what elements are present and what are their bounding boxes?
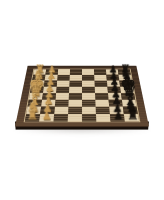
square <box>57 81 70 87</box>
square <box>96 114 111 122</box>
square <box>55 93 69 100</box>
square: ♝ <box>28 100 43 107</box>
square <box>68 107 82 114</box>
square <box>68 100 82 107</box>
square <box>69 81 82 87</box>
square <box>55 100 69 107</box>
square: ♝ <box>122 100 137 107</box>
square <box>56 87 69 93</box>
square <box>95 100 109 107</box>
square: ♝ <box>119 81 133 87</box>
square: ♜ <box>124 114 139 122</box>
square: ♟ <box>40 107 55 114</box>
chess-board: ♜♟♟♜♞♟♟♞♝♟♟♝♚♟♟♚♛♟♟♛♝♟♟♝♞♟♟♞♜♟♟♜ <box>15 66 149 127</box>
square <box>69 93 82 100</box>
square <box>96 107 110 114</box>
square: ♚ <box>120 87 134 93</box>
square <box>68 114 82 122</box>
square <box>53 114 68 122</box>
square: ♟ <box>107 87 121 93</box>
square <box>82 81 95 87</box>
square: ♟ <box>107 81 120 87</box>
square: ♚ <box>30 87 44 93</box>
black-pawn: ♟ <box>108 65 116 74</box>
square <box>82 114 96 122</box>
square: ♟ <box>110 114 125 122</box>
square <box>82 100 96 107</box>
white-rook: ♜ <box>34 63 44 74</box>
square: ♜ <box>25 114 40 122</box>
square <box>94 81 107 87</box>
square: ♟ <box>39 114 54 122</box>
square <box>82 87 95 93</box>
black-pawn: ♟ <box>111 96 120 106</box>
square: ♟ <box>109 107 124 114</box>
square <box>82 93 95 100</box>
black-rook: ♜ <box>120 63 130 74</box>
white-pawn: ♟ <box>43 96 52 106</box>
board-front-edge <box>15 122 149 130</box>
square: ♟ <box>44 81 57 87</box>
square: ♟ <box>41 100 55 107</box>
square: ♟ <box>109 100 123 107</box>
square: ♝ <box>31 81 45 87</box>
square <box>95 87 108 93</box>
square: ♟ <box>108 93 122 100</box>
square <box>69 87 82 93</box>
chess-board-grid: ♜♟♟♜♞♟♟♞♝♟♟♝♚♟♟♚♛♟♟♛♝♟♟♝♞♟♟♞♜♟♟♜ <box>24 69 141 122</box>
product-photo: ♜♟♟♜♞♟♟♞♝♟♟♝♚♟♟♚♛♟♟♛♝♟♟♝♞♟♟♞♜♟♟♜ <box>0 0 164 200</box>
square: ♛ <box>29 93 43 100</box>
square: ♞ <box>26 107 41 114</box>
square: ♟ <box>43 87 57 93</box>
square: ♛ <box>121 93 135 100</box>
white-pawn: ♟ <box>47 65 55 74</box>
square <box>54 107 68 114</box>
square: ♟ <box>42 93 56 100</box>
square <box>95 93 109 100</box>
square: ♞ <box>123 107 138 114</box>
square <box>82 107 96 114</box>
